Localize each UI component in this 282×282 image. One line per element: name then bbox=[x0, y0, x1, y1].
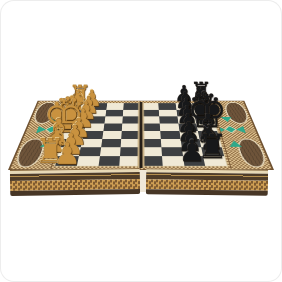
board-square bbox=[77, 156, 100, 165]
board-square bbox=[141, 110, 159, 117]
board-square bbox=[79, 147, 101, 156]
board-square bbox=[86, 116, 105, 123]
board-square bbox=[179, 131, 200, 139]
board-square bbox=[63, 131, 84, 139]
board-square bbox=[181, 147, 203, 156]
board-square bbox=[87, 110, 106, 117]
board-square bbox=[141, 156, 162, 165]
board-square bbox=[82, 131, 103, 139]
board-square bbox=[81, 139, 102, 147]
box-front-right bbox=[146, 168, 268, 196]
walnut-panel bbox=[237, 140, 268, 167]
board-square bbox=[178, 124, 198, 131]
board-square bbox=[160, 131, 180, 139]
board-square bbox=[203, 156, 226, 165]
chess-board-top bbox=[8, 101, 274, 170]
board-square bbox=[122, 124, 141, 131]
board-square bbox=[141, 116, 159, 123]
board-square bbox=[159, 116, 178, 123]
board-square bbox=[195, 116, 215, 123]
board-square bbox=[141, 131, 161, 139]
board-square bbox=[180, 139, 201, 147]
board-square bbox=[123, 110, 141, 117]
turquoise-inlay-diamond bbox=[47, 126, 57, 132]
board-square bbox=[201, 147, 224, 156]
turquoise-inlay-triangle bbox=[36, 126, 47, 133]
board-square bbox=[104, 116, 123, 123]
board-square bbox=[84, 124, 104, 131]
turquoise-inlay-diamond bbox=[226, 126, 236, 132]
board-square bbox=[177, 116, 196, 123]
board-square bbox=[198, 131, 219, 139]
board-square bbox=[159, 124, 179, 131]
board-fold-hinge bbox=[140, 102, 143, 168]
walnut-panel bbox=[14, 140, 45, 167]
board-square bbox=[196, 124, 217, 131]
board-square bbox=[67, 116, 87, 123]
board-square bbox=[58, 147, 81, 156]
board-square bbox=[99, 147, 120, 156]
board-square bbox=[98, 156, 120, 165]
board-square bbox=[161, 139, 182, 147]
board-perspective-wrapper bbox=[8, 46, 274, 170]
board-square bbox=[120, 156, 141, 165]
turquoise-inlay-triangle bbox=[235, 126, 246, 133]
box-base-strip bbox=[146, 189, 268, 196]
board-square bbox=[103, 124, 123, 131]
product-photo: ♜♟♜♟♞♟♞♟♝♟♝♟♛♟♛♟♚♟♚♟♝♟♝♟♞♟♞♟♜♟♜♟ bbox=[0, 0, 282, 282]
board-square bbox=[141, 124, 160, 131]
board-square bbox=[102, 131, 122, 139]
chess-set-scene: ♜♟♜♟♞♟♞♟♝♟♝♟♛♟♛♟♚♟♚♟♝♟♝♟♞♟♞♟♜♟♜♟ bbox=[0, 0, 282, 282]
board-square bbox=[105, 110, 123, 117]
box-front-left bbox=[10, 168, 140, 196]
board-square bbox=[194, 110, 213, 117]
board-square bbox=[65, 124, 86, 131]
board-square bbox=[123, 116, 141, 123]
board-square bbox=[141, 147, 162, 156]
box-base-strip bbox=[10, 189, 140, 196]
board-square bbox=[60, 139, 82, 147]
board-square bbox=[183, 156, 206, 165]
board-square bbox=[55, 156, 78, 165]
board-square bbox=[69, 110, 88, 117]
board-square bbox=[159, 110, 177, 117]
board-square bbox=[161, 147, 182, 156]
board-square bbox=[162, 156, 184, 165]
board-square bbox=[120, 147, 141, 156]
board-square bbox=[176, 110, 195, 117]
board-square bbox=[121, 139, 141, 147]
board-square bbox=[200, 139, 222, 147]
checkerboard-frame bbox=[51, 101, 231, 169]
board-square bbox=[101, 139, 122, 147]
board-square bbox=[121, 131, 141, 139]
board-square bbox=[141, 139, 161, 147]
